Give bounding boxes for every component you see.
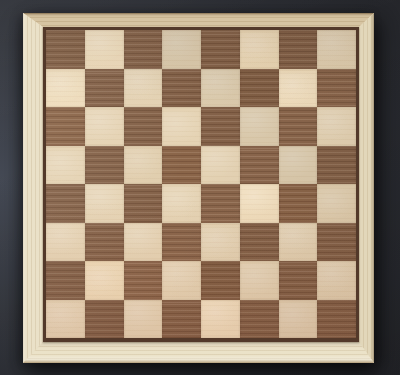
square[interactable] — [124, 107, 163, 146]
square[interactable] — [85, 69, 124, 108]
square[interactable] — [162, 300, 201, 339]
square[interactable] — [240, 300, 279, 339]
square[interactable] — [279, 107, 318, 146]
frame-left-rail — [23, 13, 43, 363]
square[interactable] — [317, 300, 356, 339]
square[interactable] — [279, 261, 318, 300]
square[interactable] — [240, 146, 279, 185]
square[interactable] — [201, 146, 240, 185]
square[interactable] — [201, 69, 240, 108]
square[interactable] — [46, 30, 85, 69]
square[interactable] — [317, 30, 356, 69]
square[interactable] — [317, 107, 356, 146]
square[interactable] — [162, 261, 201, 300]
square[interactable] — [279, 223, 318, 262]
chess-board — [46, 30, 356, 338]
square[interactable] — [46, 184, 85, 223]
square[interactable] — [279, 146, 318, 185]
square[interactable] — [317, 146, 356, 185]
frame-top-rail — [23, 13, 374, 27]
square[interactable] — [201, 261, 240, 300]
square[interactable] — [162, 107, 201, 146]
square[interactable] — [46, 300, 85, 339]
square[interactable] — [85, 300, 124, 339]
square[interactable] — [279, 30, 318, 69]
square[interactable] — [124, 223, 163, 262]
square[interactable] — [85, 223, 124, 262]
square[interactable] — [46, 223, 85, 262]
square[interactable] — [317, 69, 356, 108]
square[interactable] — [124, 184, 163, 223]
square[interactable] — [162, 184, 201, 223]
frame-bottom-rail — [23, 342, 374, 363]
table-surface — [0, 0, 400, 375]
square[interactable] — [124, 69, 163, 108]
square[interactable] — [240, 107, 279, 146]
square[interactable] — [201, 107, 240, 146]
square[interactable] — [85, 30, 124, 69]
square[interactable] — [85, 261, 124, 300]
square[interactable] — [279, 300, 318, 339]
frame-right-rail — [359, 13, 374, 363]
square[interactable] — [46, 107, 85, 146]
chess-board-frame — [23, 13, 374, 363]
square[interactable] — [240, 30, 279, 69]
square[interactable] — [124, 30, 163, 69]
square[interactable] — [85, 107, 124, 146]
square[interactable] — [85, 184, 124, 223]
square[interactable] — [162, 223, 201, 262]
square[interactable] — [201, 300, 240, 339]
square[interactable] — [201, 184, 240, 223]
square[interactable] — [85, 146, 124, 185]
square[interactable] — [317, 261, 356, 300]
square[interactable] — [162, 30, 201, 69]
square[interactable] — [240, 261, 279, 300]
board-inner-trim — [43, 27, 359, 342]
square[interactable] — [124, 146, 163, 185]
square[interactable] — [279, 69, 318, 108]
square[interactable] — [46, 261, 85, 300]
square[interactable] — [46, 146, 85, 185]
square[interactable] — [317, 184, 356, 223]
square[interactable] — [317, 223, 356, 262]
square[interactable] — [162, 146, 201, 185]
square[interactable] — [124, 300, 163, 339]
square[interactable] — [201, 30, 240, 69]
square[interactable] — [240, 69, 279, 108]
square[interactable] — [162, 69, 201, 108]
square[interactable] — [279, 184, 318, 223]
square[interactable] — [124, 261, 163, 300]
square[interactable] — [201, 223, 240, 262]
square[interactable] — [240, 184, 279, 223]
square[interactable] — [46, 69, 85, 108]
square[interactable] — [240, 223, 279, 262]
